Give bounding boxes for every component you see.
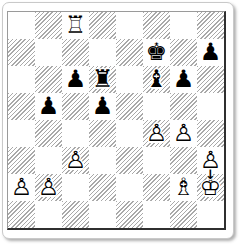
square-g2[interactable]: ♝♗ [170, 174, 197, 201]
square-g7[interactable] [170, 39, 197, 66]
square-c6[interactable]: ♟♟ [62, 66, 89, 93]
square-a6[interactable] [8, 66, 35, 93]
black-pawn: ♟♟ [89, 93, 116, 120]
white-bishop: ♝♗ [170, 174, 197, 201]
square-c4[interactable] [62, 120, 89, 147]
square-h6[interactable] [197, 66, 224, 93]
square-e2[interactable] [116, 174, 143, 201]
square-b4[interactable] [35, 120, 62, 147]
square-d8[interactable] [89, 12, 116, 39]
black-bishop-glyph: ♝ [143, 66, 170, 93]
square-f5[interactable] [143, 93, 170, 120]
black-king-glyph: ♚ [143, 39, 170, 66]
square-h8[interactable] [197, 12, 224, 39]
square-c3[interactable]: ♟♙ [62, 147, 89, 174]
black-king: ♚♚ [143, 39, 170, 66]
square-e1[interactable] [116, 201, 143, 228]
move-indicator-arrow-icon: ↓ [205, 168, 216, 181]
square-b7[interactable] [35, 39, 62, 66]
square-a4[interactable] [8, 120, 35, 147]
square-g3[interactable] [170, 147, 197, 174]
square-c8[interactable]: ♜♖ [62, 12, 89, 39]
black-pawn: ♟♟ [62, 66, 89, 93]
white-pawn: ♟♙ [8, 174, 35, 201]
square-h5[interactable] [197, 93, 224, 120]
square-f3[interactable] [143, 147, 170, 174]
square-h7[interactable]: ♟♟ [197, 39, 224, 66]
square-d1[interactable] [89, 201, 116, 228]
white-rook: ♜♖ [62, 12, 89, 39]
square-f2[interactable] [143, 174, 170, 201]
white-pawn: ♟♙ [143, 120, 170, 147]
black-rook-glyph: ♜ [89, 66, 116, 93]
square-e8[interactable] [116, 12, 143, 39]
square-e5[interactable] [116, 93, 143, 120]
square-b8[interactable] [35, 12, 62, 39]
image-frame: ♜♖♚♚♟♟♟♟♜♜♝♝♟♟♟♟♟♟♟♙♟♙♟♙♟♙♟♙♟♙♝♗♚♔↓ [2, 2, 234, 239]
black-rook: ♜♜ [89, 66, 116, 93]
square-d4[interactable] [89, 120, 116, 147]
black-pawn-glyph: ♟ [35, 93, 62, 120]
square-h1[interactable] [197, 201, 224, 228]
square-a5[interactable] [8, 93, 35, 120]
black-pawn-glyph: ♟ [170, 66, 197, 93]
square-a2[interactable]: ♟♙ [8, 174, 35, 201]
black-bishop: ♝♝ [143, 66, 170, 93]
square-g6[interactable]: ♟♟ [170, 66, 197, 93]
square-f6[interactable]: ♝♝ [143, 66, 170, 93]
square-d3[interactable] [89, 147, 116, 174]
square-e7[interactable] [116, 39, 143, 66]
white-bishop-glyph: ♗ [170, 174, 197, 201]
square-g8[interactable] [170, 12, 197, 39]
white-pawn-glyph: ♙ [35, 174, 62, 201]
square-a8[interactable] [8, 12, 35, 39]
black-pawn-glyph: ♟ [89, 93, 116, 120]
white-pawn-glyph: ♙ [170, 120, 197, 147]
square-c5[interactable] [62, 93, 89, 120]
square-h2[interactable]: ♚♔↓ [197, 174, 224, 201]
square-d2[interactable] [89, 174, 116, 201]
chess-board: ♜♖♚♚♟♟♟♟♜♜♝♝♟♟♟♟♟♟♟♙♟♙♟♙♟♙♟♙♟♙♝♗♚♔↓ [7, 11, 226, 230]
black-pawn: ♟♟ [170, 66, 197, 93]
square-b1[interactable] [35, 201, 62, 228]
white-pawn: ♟♙ [35, 174, 62, 201]
square-d7[interactable] [89, 39, 116, 66]
white-pawn: ♟♙ [170, 120, 197, 147]
square-b6[interactable] [35, 66, 62, 93]
square-b2[interactable]: ♟♙ [35, 174, 62, 201]
square-g4[interactable]: ♟♙ [170, 120, 197, 147]
white-pawn-glyph: ♙ [143, 120, 170, 147]
square-b5[interactable]: ♟♟ [35, 93, 62, 120]
chess-diagram-image: ♜♖♚♚♟♟♟♟♜♜♝♝♟♟♟♟♟♟♟♙♟♙♟♙♟♙♟♙♟♙♝♗♚♔↓ [0, 0, 239, 244]
square-g5[interactable] [170, 93, 197, 120]
square-f1[interactable] [143, 201, 170, 228]
square-e4[interactable] [116, 120, 143, 147]
white-pawn-glyph: ♙ [62, 147, 89, 174]
white-pawn-glyph: ♙ [8, 174, 35, 201]
square-a7[interactable] [8, 39, 35, 66]
square-c2[interactable] [62, 174, 89, 201]
white-pawn: ♟♙ [62, 147, 89, 174]
square-c1[interactable] [62, 201, 89, 228]
square-g1[interactable] [170, 201, 197, 228]
square-d6[interactable]: ♜♜ [89, 66, 116, 93]
black-pawn: ♟♟ [197, 39, 224, 66]
black-pawn-glyph: ♟ [62, 66, 89, 93]
black-pawn-glyph: ♟ [197, 39, 224, 66]
square-c7[interactable] [62, 39, 89, 66]
square-h4[interactable] [197, 120, 224, 147]
black-pawn: ♟♟ [35, 93, 62, 120]
square-b3[interactable] [35, 147, 62, 174]
square-e3[interactable] [116, 147, 143, 174]
square-d5[interactable]: ♟♟ [89, 93, 116, 120]
square-f7[interactable]: ♚♚ [143, 39, 170, 66]
white-rook-glyph: ♖ [62, 12, 89, 39]
square-e6[interactable] [116, 66, 143, 93]
square-f4[interactable]: ♟♙ [143, 120, 170, 147]
square-f8[interactable] [143, 12, 170, 39]
square-a3[interactable] [8, 147, 35, 174]
square-a1[interactable] [8, 201, 35, 228]
